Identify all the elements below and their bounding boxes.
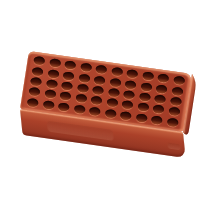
hole xyxy=(91,96,103,106)
hole xyxy=(125,80,137,90)
hole xyxy=(142,71,154,81)
loading-block xyxy=(0,0,200,200)
hole xyxy=(137,103,149,113)
hole xyxy=(122,100,134,110)
hole xyxy=(120,111,132,121)
hole xyxy=(153,105,165,115)
product-photo-stage xyxy=(0,0,200,200)
hole xyxy=(168,107,180,117)
hole xyxy=(95,65,107,75)
hole xyxy=(166,117,178,127)
hole xyxy=(154,94,166,104)
hole xyxy=(92,86,104,96)
hole xyxy=(49,58,61,68)
embossed-logo xyxy=(47,121,114,141)
hole xyxy=(73,104,85,114)
hole xyxy=(32,66,44,76)
hole xyxy=(78,73,90,83)
embossed-stamp xyxy=(167,143,181,151)
hole xyxy=(47,69,59,79)
hole xyxy=(30,77,42,87)
hole xyxy=(94,75,106,85)
hole xyxy=(135,113,147,123)
hole xyxy=(44,89,56,99)
hole xyxy=(111,67,123,77)
hole xyxy=(171,86,183,96)
hole xyxy=(156,84,168,94)
hole xyxy=(170,97,182,107)
hole xyxy=(58,102,70,112)
hole xyxy=(151,115,163,125)
hole xyxy=(46,79,58,89)
hole xyxy=(80,63,92,73)
hole xyxy=(60,92,72,102)
hole xyxy=(157,74,169,84)
hole xyxy=(33,56,45,66)
hole xyxy=(42,100,54,110)
hole xyxy=(77,83,89,93)
hole xyxy=(27,98,39,108)
hole xyxy=(106,98,118,108)
hole xyxy=(109,77,121,87)
hole xyxy=(104,109,116,119)
hole xyxy=(108,88,120,98)
hole xyxy=(126,69,138,79)
hole xyxy=(64,60,76,70)
hole xyxy=(173,76,185,86)
hole xyxy=(63,71,75,81)
hole xyxy=(89,106,101,116)
hole xyxy=(29,87,41,97)
hole xyxy=(75,94,87,104)
hole xyxy=(140,82,152,92)
hole xyxy=(61,81,73,91)
hole xyxy=(139,92,151,102)
hole xyxy=(123,90,135,100)
